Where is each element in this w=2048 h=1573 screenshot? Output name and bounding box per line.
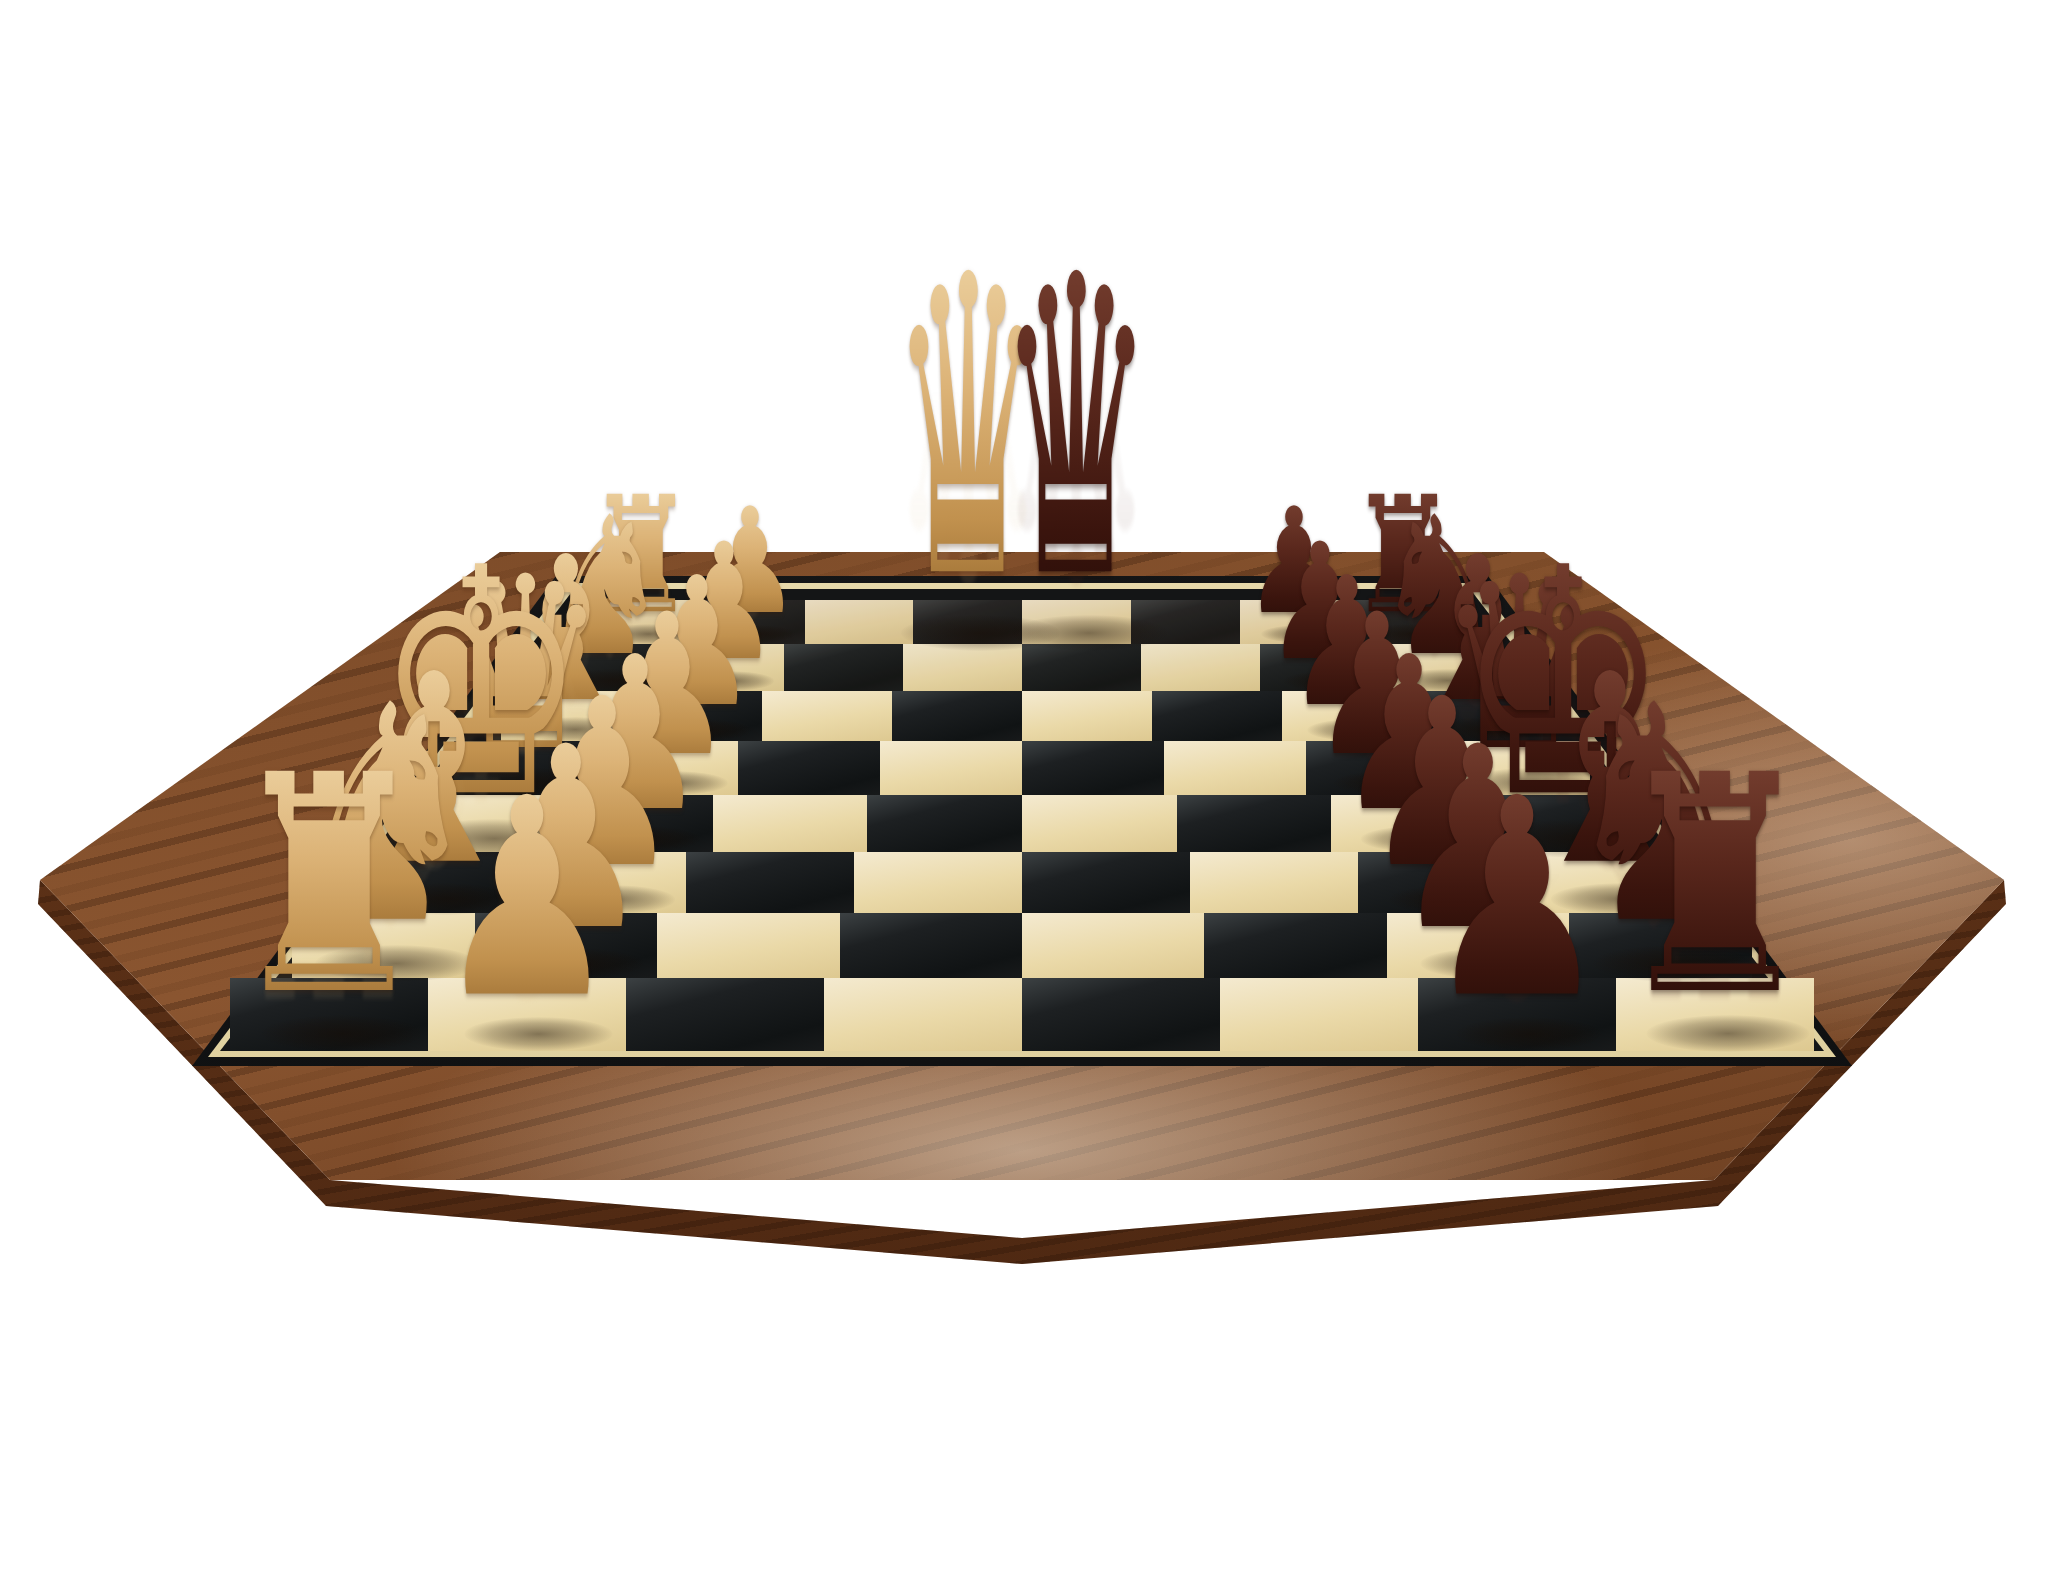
white-pawn-h2[interactable]: ♟♟ (426, 812, 627, 1036)
square-c3[interactable] (762, 691, 892, 742)
black-pawn-h7[interactable]: ♟♟ (1417, 812, 1618, 1036)
chess-product-photo: ♜♜♟♟♛♛♛♛♟♟♜♜♞♞♟♟♟♟♞♞♝♝♟♟♟♟♝♝♛♛♟♟♟♟♛♛♚♚♟♟… (0, 0, 2048, 1573)
square-c4[interactable] (892, 691, 1022, 742)
square-f6[interactable] (1190, 852, 1358, 914)
white-pawn-icon: ♟ (435, 762, 620, 1035)
square-h3[interactable] (626, 978, 824, 1051)
square-g4[interactable] (840, 913, 1022, 979)
square-f4[interactable] (854, 852, 1022, 914)
black-rook-h8[interactable]: ♜♜ (1605, 790, 1826, 1036)
square-d3[interactable] (738, 741, 880, 796)
white-rook-h1[interactable]: ♜♜ (219, 790, 440, 1036)
square-d4[interactable] (880, 741, 1022, 796)
square-b6[interactable] (1141, 644, 1260, 692)
square-e6[interactable] (1177, 795, 1332, 853)
square-h5[interactable] (1022, 978, 1220, 1051)
square-e3[interactable] (713, 795, 868, 853)
square-f5[interactable] (1022, 852, 1190, 914)
white-rook-icon: ♜ (227, 735, 430, 1035)
black-rook-icon: ♜ (1614, 735, 1817, 1035)
square-h6[interactable] (1220, 978, 1418, 1051)
square-g3[interactable] (657, 913, 839, 979)
square-h4[interactable] (824, 978, 1022, 1051)
square-c5[interactable] (1022, 691, 1152, 742)
black-pawn-icon: ♟ (1425, 762, 1610, 1035)
square-d6[interactable] (1164, 741, 1306, 796)
square-e5[interactable] (1022, 795, 1177, 853)
square-e4[interactable] (867, 795, 1022, 853)
square-b3[interactable] (784, 644, 903, 692)
square-f3[interactable] (686, 852, 854, 914)
black-queen-a5[interactable]: ♛♛ (969, 395, 1184, 635)
square-c6[interactable] (1152, 691, 1282, 742)
black-queen-icon: ♛ (999, 222, 1154, 635)
square-d5[interactable] (1022, 741, 1164, 796)
square-g5[interactable] (1022, 913, 1204, 979)
square-g6[interactable] (1204, 913, 1386, 979)
